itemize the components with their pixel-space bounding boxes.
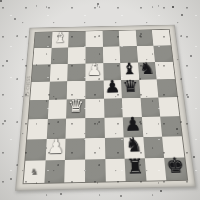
square-e1 [105, 159, 126, 182]
square-f5: ♛ [121, 80, 140, 99]
square-a8 [34, 32, 52, 48]
square-g2 [143, 137, 164, 159]
square-g8 [136, 30, 154, 46]
square-h7 [154, 45, 173, 62]
square-e8 [102, 31, 119, 47]
square-f1: ♜ [125, 158, 146, 181]
square-c8 [68, 31, 85, 47]
square-c7 [68, 47, 86, 64]
square-e3 [104, 117, 124, 138]
square-b2: ♟ [45, 139, 65, 161]
square-a4 [29, 100, 49, 120]
square-b7 [50, 47, 68, 64]
square-c2 [65, 138, 85, 160]
square-e4 [104, 98, 123, 117]
square-c3 [66, 118, 85, 139]
square-a5 [30, 82, 49, 101]
square-f2: ♞ [124, 137, 145, 159]
square-a6 [32, 64, 51, 82]
square-d5 [85, 81, 103, 100]
square-e7 [103, 46, 121, 63]
square-f4 [122, 98, 142, 117]
square-b1 [44, 160, 65, 183]
square-b6 [50, 64, 68, 82]
square-h4 [159, 97, 180, 116]
square-d3 [85, 118, 104, 139]
square-h5 [157, 79, 177, 98]
square-h6 [155, 62, 175, 80]
square-e2 [104, 137, 124, 159]
square-b3 [46, 119, 66, 140]
dust-specks [0, 0, 2, 2]
square-c4: ♛ [66, 99, 85, 119]
square-d7 [85, 47, 102, 64]
square-c1 [64, 160, 85, 183]
square-g5 [139, 79, 159, 98]
square-f3: ♟ [123, 117, 143, 138]
square-c6 [67, 64, 85, 82]
board-grid: ♝♟♝♞♟♛♛♟♟♞♞♜♚ [23, 29, 189, 184]
square-g3 [142, 117, 163, 137]
square-d2 [85, 138, 105, 160]
square-e6 [103, 63, 121, 81]
square-h3 [161, 116, 182, 136]
square-d8 [85, 31, 102, 47]
square-b4 [47, 99, 66, 119]
square-a1: ♞ [24, 160, 46, 183]
square-d4 [85, 99, 104, 118]
square-a7 [33, 48, 51, 65]
chess-board: 05-CHESS ♝♟♝♞♟♛♛♟♟♞♞♜♚ [15, 25, 196, 191]
square-d1 [85, 159, 105, 182]
square-e5: ♟ [103, 80, 122, 99]
square-f8 [119, 30, 137, 46]
square-a2 [25, 139, 46, 161]
square-g6: ♞ [138, 62, 157, 80]
square-g7 [137, 46, 156, 63]
square-f7 [120, 46, 138, 63]
square-b5 [49, 81, 68, 100]
square-h1: ♚ [164, 157, 187, 180]
square-f6: ♝ [120, 62, 139, 80]
square-g1 [145, 158, 167, 181]
square-g4 [140, 98, 160, 117]
square-h2 [162, 136, 184, 158]
square-h8 [152, 30, 171, 46]
square-a3 [27, 119, 47, 140]
chessboard-photo: 05-CHESS ♝♟♝♞♟♛♛♟♟♞♞♜♚ [0, 0, 200, 200]
square-d6: ♟ [85, 63, 103, 81]
square-b8: ♝ [51, 32, 69, 48]
square-c5 [67, 81, 85, 100]
